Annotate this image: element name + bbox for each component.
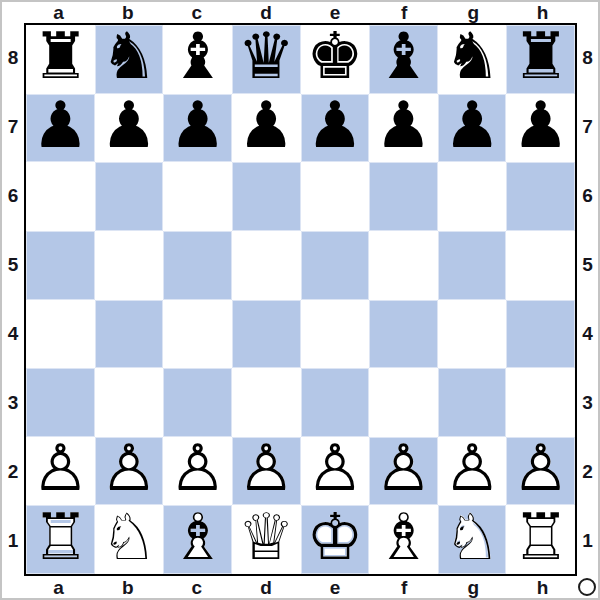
square-c1[interactable]: ♝♗	[163, 505, 232, 574]
piece-white-pawn[interactable]: ♟♙	[506, 437, 575, 506]
square-g6[interactable]	[438, 162, 507, 231]
rank-label-7-left: 7	[2, 92, 24, 161]
rank-label-8-right: 8	[577, 23, 598, 92]
rank-label-2-left: 2	[2, 438, 24, 507]
square-h7[interactable]: ♟	[506, 94, 575, 163]
square-h1[interactable]: ♜♖	[506, 505, 575, 574]
file-label-e-bottom: e	[301, 577, 370, 599]
square-h3[interactable]	[506, 368, 575, 437]
piece-black-pawn[interactable]: ♟	[301, 94, 370, 163]
square-h5[interactable]	[506, 231, 575, 300]
piece-white-pawn[interactable]: ♟♙	[438, 437, 507, 506]
square-c8[interactable]: ♝	[163, 25, 232, 94]
piece-white-pawn[interactable]: ♟♙	[163, 437, 232, 506]
square-b6[interactable]	[95, 162, 164, 231]
file-label-c-bottom: c	[162, 577, 231, 599]
rank-label-4-right: 4	[577, 300, 598, 369]
chessboard-diagram: abcdefgh 87654321 87654321 abcdefgh ♜♞♝♛…	[0, 0, 600, 600]
square-d7[interactable]: ♟	[232, 94, 301, 163]
file-label-f-bottom: f	[370, 577, 439, 599]
square-a7[interactable]: ♟	[26, 94, 95, 163]
piece-glyph: ♟	[238, 93, 295, 157]
piece-white-pawn[interactable]: ♟♙	[26, 437, 95, 506]
piece-glyph: ♝	[375, 25, 432, 89]
square-b5[interactable]	[95, 231, 164, 300]
piece-white-bishop[interactable]: ♝♗	[163, 505, 232, 574]
rank-label-5-right: 5	[577, 230, 598, 299]
piece-glyph: ♞	[100, 25, 157, 89]
piece-black-bishop[interactable]: ♝	[369, 25, 438, 94]
piece-outline-layer: ♕	[238, 505, 295, 569]
piece-outline-layer: ♙	[100, 437, 157, 501]
square-b7[interactable]: ♟	[95, 94, 164, 163]
piece-black-rook[interactable]: ♜	[506, 25, 575, 94]
square-c4[interactable]	[163, 300, 232, 369]
rank-label-7-right: 7	[577, 92, 598, 161]
square-f3[interactable]	[369, 368, 438, 437]
square-a6[interactable]	[26, 162, 95, 231]
piece-outline-layer: ♙	[32, 437, 89, 501]
piece-outline-layer: ♙	[306, 437, 363, 501]
file-label-h-bottom: h	[508, 577, 577, 599]
piece-black-pawn[interactable]: ♟	[95, 94, 164, 163]
square-f2[interactable]: ♟♙	[369, 437, 438, 506]
piece-white-pawn[interactable]: ♟♙	[301, 437, 370, 506]
piece-black-king[interactable]: ♚	[301, 25, 370, 94]
piece-white-knight[interactable]: ♞♘	[95, 505, 164, 574]
rank-label-1-right: 1	[577, 507, 598, 576]
square-d5[interactable]	[232, 231, 301, 300]
square-e1[interactable]: ♚♔	[301, 505, 370, 574]
square-c2[interactable]: ♟♙	[163, 437, 232, 506]
square-e6[interactable]	[301, 162, 370, 231]
piece-glyph: ♜	[32, 25, 89, 89]
square-b3[interactable]	[95, 368, 164, 437]
square-d8[interactable]: ♛	[232, 25, 301, 94]
square-g7[interactable]: ♟	[438, 94, 507, 163]
piece-black-pawn[interactable]: ♟	[26, 94, 95, 163]
piece-white-knight[interactable]: ♞♘	[438, 505, 507, 574]
file-label-d-bottom: d	[231, 577, 300, 599]
piece-black-pawn[interactable]: ♟	[438, 94, 507, 163]
piece-black-pawn[interactable]: ♟	[232, 94, 301, 163]
square-a1[interactable]: ♜♖	[26, 505, 95, 574]
square-h6[interactable]	[506, 162, 575, 231]
square-c7[interactable]: ♟	[163, 94, 232, 163]
square-d1[interactable]: ♛♕	[232, 505, 301, 574]
square-f1[interactable]: ♝♗	[369, 505, 438, 574]
square-c3[interactable]	[163, 368, 232, 437]
piece-black-queen[interactable]: ♛	[232, 25, 301, 94]
piece-black-rook[interactable]: ♜	[26, 25, 95, 94]
piece-glyph: ♟	[32, 93, 89, 157]
square-e7[interactable]: ♟	[301, 94, 370, 163]
piece-glyph: ♞	[443, 25, 500, 89]
rank-label-4-left: 4	[2, 300, 24, 369]
square-a2[interactable]: ♟♙	[26, 437, 95, 506]
piece-glyph: ♟	[375, 93, 432, 157]
square-h8[interactable]: ♜	[506, 25, 575, 94]
piece-black-pawn[interactable]: ♟	[506, 94, 575, 163]
square-e3[interactable]	[301, 368, 370, 437]
piece-black-knight[interactable]: ♞	[438, 25, 507, 94]
square-d6[interactable]	[232, 162, 301, 231]
rank-label-6-right: 6	[577, 161, 598, 230]
piece-white-bishop[interactable]: ♝♗	[369, 505, 438, 574]
square-d2[interactable]: ♟♙	[232, 437, 301, 506]
piece-glyph: ♟	[306, 93, 363, 157]
square-a3[interactable]	[26, 368, 95, 437]
rank-label-3-right: 3	[577, 369, 598, 438]
piece-outline-layer: ♙	[375, 437, 432, 501]
piece-outline-layer: ♘	[100, 505, 157, 569]
piece-black-pawn[interactable]: ♟	[163, 94, 232, 163]
piece-glyph: ♟	[512, 93, 569, 157]
piece-glyph: ♚	[306, 25, 363, 89]
square-e5[interactable]	[301, 231, 370, 300]
piece-black-knight[interactable]: ♞	[95, 25, 164, 94]
square-d3[interactable]	[232, 368, 301, 437]
square-g2[interactable]: ♟♙	[438, 437, 507, 506]
square-d4[interactable]	[232, 300, 301, 369]
piece-black-pawn[interactable]: ♟	[369, 94, 438, 163]
chess-board: ♜♞♝♛♚♝♞♜♟♟♟♟♟♟♟♟♟♙♟♙♟♙♟♙♟♙♟♙♟♙♟♙♜♖♞♘♝♗♛♕…	[24, 23, 577, 576]
square-b4[interactable]	[95, 300, 164, 369]
rank-labels-left: 87654321	[2, 23, 24, 576]
rank-label-6-left: 6	[2, 161, 24, 230]
square-f6[interactable]	[369, 162, 438, 231]
square-h2[interactable]: ♟♙	[506, 437, 575, 506]
square-f4[interactable]	[369, 300, 438, 369]
piece-outline-layer: ♙	[238, 437, 295, 501]
piece-white-pawn[interactable]: ♟♙	[369, 437, 438, 506]
file-label-a-bottom: a	[24, 577, 93, 599]
square-f5[interactable]	[369, 231, 438, 300]
piece-outline-layer: ♙	[169, 437, 226, 501]
square-c5[interactable]	[163, 231, 232, 300]
piece-outline-layer: ♗	[375, 505, 432, 569]
square-a5[interactable]	[26, 231, 95, 300]
file-label-g-bottom: g	[439, 577, 508, 599]
piece-outline-layer: ♙	[512, 437, 569, 501]
piece-glyph: ♟	[100, 93, 157, 157]
piece-white-king[interactable]: ♚♔	[301, 505, 370, 574]
rank-label-8-left: 8	[2, 23, 24, 92]
piece-outline-layer: ♗	[169, 505, 226, 569]
piece-white-pawn[interactable]: ♟♙	[95, 437, 164, 506]
square-a4[interactable]	[26, 300, 95, 369]
file-label-b-bottom: b	[93, 577, 162, 599]
square-e4[interactable]	[301, 300, 370, 369]
piece-outline-layer: ♘	[443, 505, 500, 569]
piece-white-queen[interactable]: ♛♕	[232, 505, 301, 574]
rank-label-5-left: 5	[2, 230, 24, 299]
square-g8[interactable]: ♞	[438, 25, 507, 94]
square-b2[interactable]: ♟♙	[95, 437, 164, 506]
piece-outline-layer: ♖	[512, 505, 569, 569]
piece-white-pawn[interactable]: ♟♙	[232, 437, 301, 506]
square-f7[interactable]: ♟	[369, 94, 438, 163]
piece-glyph: ♟	[169, 93, 226, 157]
square-g3[interactable]	[438, 368, 507, 437]
square-e8[interactable]: ♚	[301, 25, 370, 94]
square-b1[interactable]: ♞♘	[95, 505, 164, 574]
square-f8[interactable]: ♝	[369, 25, 438, 94]
rank-label-3-left: 3	[2, 369, 24, 438]
rank-label-2-right: 2	[577, 438, 598, 507]
rank-labels-right: 87654321	[577, 23, 598, 576]
piece-outline-layer: ♖	[32, 505, 89, 569]
square-g1[interactable]: ♞♘	[438, 505, 507, 574]
piece-glyph: ♛	[238, 25, 295, 89]
square-g5[interactable]	[438, 231, 507, 300]
piece-black-bishop[interactable]: ♝	[163, 25, 232, 94]
rank-label-1-left: 1	[2, 507, 24, 576]
square-c6[interactable]	[163, 162, 232, 231]
square-h4[interactable]	[506, 300, 575, 369]
piece-glyph: ♟	[443, 93, 500, 157]
white-to-move-circle-icon	[578, 578, 596, 596]
square-g4[interactable]	[438, 300, 507, 369]
piece-outline-layer: ♔	[306, 505, 363, 569]
piece-white-rook[interactable]: ♜♖	[506, 505, 575, 574]
piece-glyph: ♜	[512, 25, 569, 89]
piece-white-rook[interactable]: ♜♖	[26, 505, 95, 574]
square-a8[interactable]: ♜	[26, 25, 95, 94]
square-e2[interactable]: ♟♙	[301, 437, 370, 506]
piece-glyph: ♝	[169, 25, 226, 89]
square-b8[interactable]: ♞	[95, 25, 164, 94]
file-labels-bottom: abcdefgh	[24, 577, 577, 599]
piece-outline-layer: ♙	[443, 437, 500, 501]
